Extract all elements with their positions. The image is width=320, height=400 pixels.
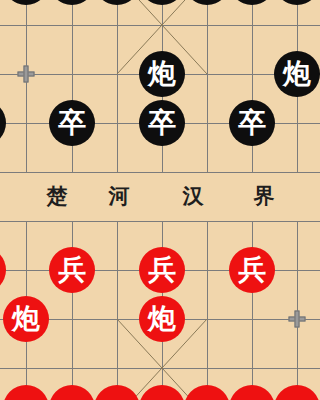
xiangqi-board[interactable]: 楚河汉界炮炮卒卒卒卒兵兵兵兵炮炮 [0, 0, 320, 400]
red-soldier[interactable]: 兵 [139, 247, 185, 293]
piece-glyph: 卒 [58, 109, 86, 137]
black-cannon[interactable]: 炮 [139, 51, 185, 97]
red-cannon[interactable]: 炮 [3, 296, 49, 342]
piece-glyph: 兵 [148, 256, 176, 284]
piece-glyph: 炮 [148, 60, 176, 88]
black-soldier[interactable]: 卒 [229, 100, 275, 146]
river-label-char: 楚 [47, 182, 68, 210]
piece-glyph: 炮 [148, 305, 176, 333]
red-cannon[interactable]: 炮 [139, 296, 185, 342]
piece-glyph: 炮 [283, 60, 311, 88]
black-cannon[interactable]: 炮 [274, 51, 320, 97]
piece-glyph: 兵 [238, 256, 266, 284]
piece-glyph: 卒 [238, 109, 266, 137]
river-label-char: 汉 [183, 182, 204, 210]
piece-glyph: 炮 [12, 305, 40, 333]
river-label-char: 河 [109, 182, 130, 210]
piece-glyph: 卒 [148, 109, 176, 137]
red-soldier[interactable]: 兵 [229, 247, 275, 293]
river-label-char: 界 [254, 182, 275, 210]
black-soldier[interactable]: 卒 [139, 100, 185, 146]
cannon-point-marker-h7 [289, 311, 306, 328]
red-soldier[interactable]: 兵 [49, 247, 95, 293]
piece-glyph: 兵 [58, 256, 86, 284]
cannon-point-marker-b2 [18, 66, 35, 83]
black-soldier[interactable]: 卒 [49, 100, 95, 146]
